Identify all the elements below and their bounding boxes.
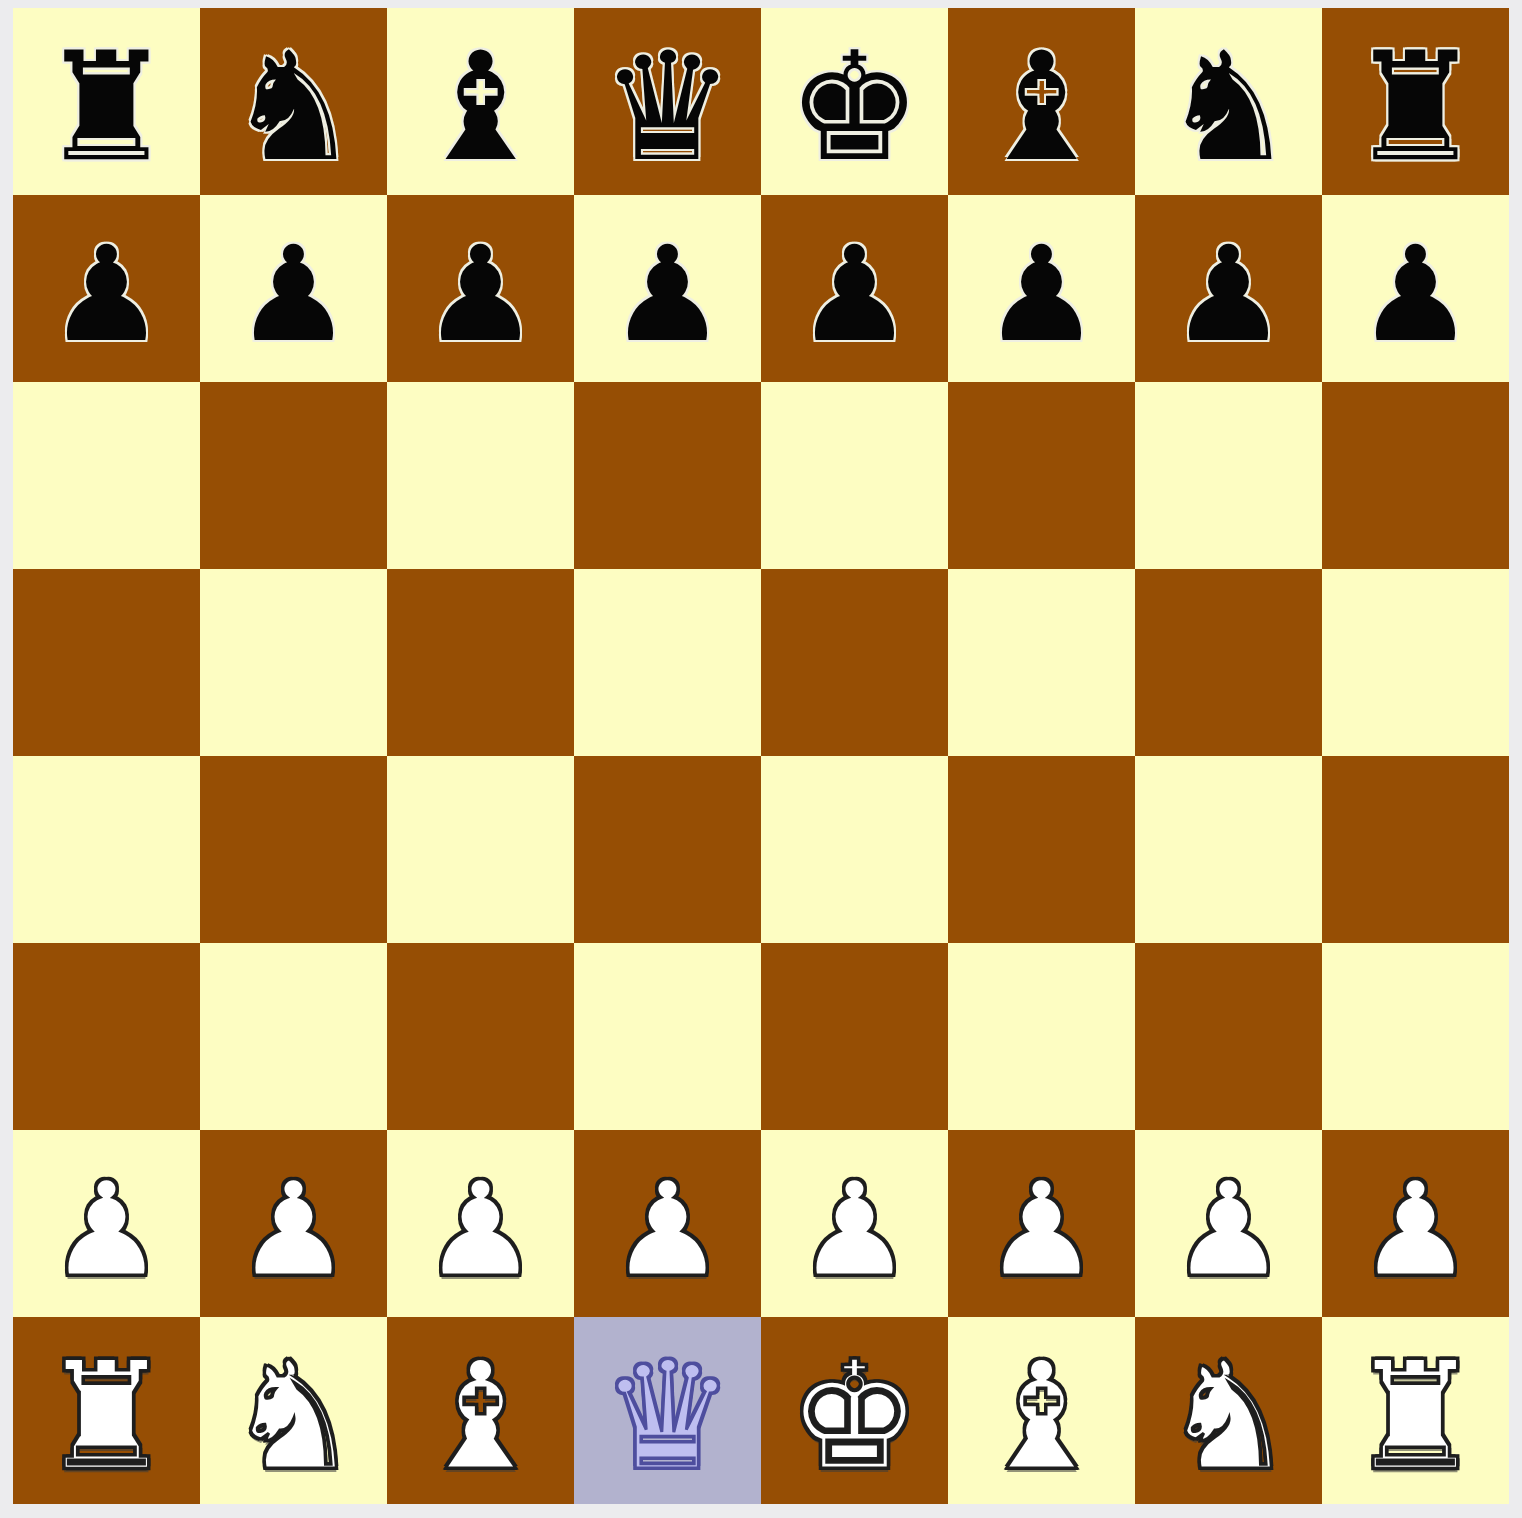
white-pawn[interactable]: ♟ [421, 1163, 539, 1295]
white-knight[interactable]: ♞ [226, 1341, 360, 1491]
square-h8[interactable]: ♜ [1322, 8, 1509, 195]
white-bishop[interactable]: ♝ [974, 1341, 1108, 1491]
black-pawn[interactable]: ♟ [1356, 228, 1474, 360]
white-bishop[interactable]: ♝ [413, 1341, 547, 1491]
white-knight[interactable]: ♞ [1161, 1341, 1295, 1491]
white-pawn[interactable]: ♟ [234, 1163, 352, 1295]
square-c4[interactable] [387, 756, 574, 943]
square-a7[interactable]: ♟ [13, 195, 200, 382]
square-f3[interactable] [948, 943, 1135, 1130]
black-pawn[interactable]: ♟ [234, 228, 352, 360]
square-e7[interactable]: ♟ [761, 195, 948, 382]
square-b8[interactable]: ♞ [200, 8, 387, 195]
square-d4[interactable] [574, 756, 761, 943]
white-rook[interactable]: ♜ [1348, 1341, 1482, 1491]
square-e5[interactable] [761, 569, 948, 756]
chess-board[interactable]: ♜♞♝♛♚♝♞♜♟♟♟♟♟♟♟♟♟♟♟♟♟♟♟♟♜♞♝♛♚♝♞♜ [13, 8, 1509, 1504]
black-rook[interactable]: ♜ [1348, 32, 1482, 182]
square-g5[interactable] [1135, 569, 1322, 756]
square-a4[interactable] [13, 756, 200, 943]
square-f6[interactable] [948, 382, 1135, 569]
white-rook[interactable]: ♜ [39, 1341, 173, 1491]
black-pawn[interactable]: ♟ [795, 228, 913, 360]
square-g3[interactable] [1135, 943, 1322, 1130]
white-pawn[interactable]: ♟ [982, 1163, 1100, 1295]
black-pawn[interactable]: ♟ [608, 228, 726, 360]
square-d2[interactable]: ♟ [574, 1130, 761, 1317]
square-e3[interactable] [761, 943, 948, 1130]
square-d5[interactable] [574, 569, 761, 756]
square-f5[interactable] [948, 569, 1135, 756]
square-b5[interactable] [200, 569, 387, 756]
square-d3[interactable] [574, 943, 761, 1130]
black-bishop[interactable]: ♝ [974, 32, 1108, 182]
square-f2[interactable]: ♟ [948, 1130, 1135, 1317]
square-f1[interactable]: ♝ [948, 1317, 1135, 1504]
square-c8[interactable]: ♝ [387, 8, 574, 195]
square-d1[interactable]: ♛ [574, 1317, 761, 1504]
square-a1[interactable]: ♜ [13, 1317, 200, 1504]
square-b2[interactable]: ♟ [200, 1130, 387, 1317]
square-e2[interactable]: ♟ [761, 1130, 948, 1317]
white-queen[interactable]: ♛ [600, 1341, 734, 1491]
white-pawn[interactable]: ♟ [795, 1163, 913, 1295]
square-b1[interactable]: ♞ [200, 1317, 387, 1504]
black-queen[interactable]: ♛ [600, 32, 734, 182]
square-g1[interactable]: ♞ [1135, 1317, 1322, 1504]
square-c1[interactable]: ♝ [387, 1317, 574, 1504]
square-c2[interactable]: ♟ [387, 1130, 574, 1317]
white-pawn[interactable]: ♟ [47, 1163, 165, 1295]
square-b6[interactable] [200, 382, 387, 569]
square-c6[interactable] [387, 382, 574, 569]
white-pawn[interactable]: ♟ [1356, 1163, 1474, 1295]
black-rook[interactable]: ♜ [39, 32, 173, 182]
black-pawn[interactable]: ♟ [1169, 228, 1287, 360]
square-d6[interactable] [574, 382, 761, 569]
square-e1[interactable]: ♚ [761, 1317, 948, 1504]
square-g4[interactable] [1135, 756, 1322, 943]
black-knight[interactable]: ♞ [226, 32, 360, 182]
square-a5[interactable] [13, 569, 200, 756]
square-b3[interactable] [200, 943, 387, 1130]
square-b4[interactable] [200, 756, 387, 943]
square-a2[interactable]: ♟ [13, 1130, 200, 1317]
black-pawn[interactable]: ♟ [47, 228, 165, 360]
square-a3[interactable] [13, 943, 200, 1130]
black-bishop[interactable]: ♝ [413, 32, 547, 182]
square-f4[interactable] [948, 756, 1135, 943]
square-c3[interactable] [387, 943, 574, 1130]
black-knight[interactable]: ♞ [1161, 32, 1295, 182]
square-e8[interactable]: ♚ [761, 8, 948, 195]
square-f7[interactable]: ♟ [948, 195, 1135, 382]
square-c5[interactable] [387, 569, 574, 756]
square-h7[interactable]: ♟ [1322, 195, 1509, 382]
square-c7[interactable]: ♟ [387, 195, 574, 382]
square-e4[interactable] [761, 756, 948, 943]
square-a6[interactable] [13, 382, 200, 569]
square-f8[interactable]: ♝ [948, 8, 1135, 195]
square-h6[interactable] [1322, 382, 1509, 569]
square-h1[interactable]: ♜ [1322, 1317, 1509, 1504]
square-h2[interactable]: ♟ [1322, 1130, 1509, 1317]
square-e6[interactable] [761, 382, 948, 569]
square-d7[interactable]: ♟ [574, 195, 761, 382]
square-h5[interactable] [1322, 569, 1509, 756]
square-g8[interactable]: ♞ [1135, 8, 1322, 195]
white-king[interactable]: ♚ [787, 1341, 921, 1491]
square-h4[interactable] [1322, 756, 1509, 943]
square-d8[interactable]: ♛ [574, 8, 761, 195]
chess-app-window: ♜♞♝♛♚♝♞♜♟♟♟♟♟♟♟♟♟♟♟♟♟♟♟♟♜♞♝♛♚♝♞♜ [0, 0, 1522, 1518]
white-pawn[interactable]: ♟ [608, 1163, 726, 1295]
black-pawn[interactable]: ♟ [421, 228, 539, 360]
square-b7[interactable]: ♟ [200, 195, 387, 382]
square-g7[interactable]: ♟ [1135, 195, 1322, 382]
square-h3[interactable] [1322, 943, 1509, 1130]
square-g6[interactable] [1135, 382, 1322, 569]
black-pawn[interactable]: ♟ [982, 228, 1100, 360]
white-pawn[interactable]: ♟ [1169, 1163, 1287, 1295]
square-a8[interactable]: ♜ [13, 8, 200, 195]
black-king[interactable]: ♚ [787, 32, 921, 182]
square-g2[interactable]: ♟ [1135, 1130, 1322, 1317]
